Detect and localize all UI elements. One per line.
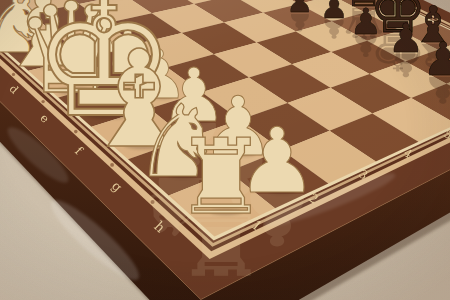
photo-vignette	[0, 0, 450, 300]
chessboard-photo: chess cdefgh12345♛♛♟♟♚♚♟♟♝♝♟♟♟♟♟♟♟♞♟♝♟♛♟…	[0, 0, 450, 300]
chess-scene: cdefgh12345♛♛♟♟♚♚♟♟♝♝♟♟♟♟♟♟♟♞♟♝♟♛♟♟♚♟♟♝♟…	[0, 0, 450, 300]
